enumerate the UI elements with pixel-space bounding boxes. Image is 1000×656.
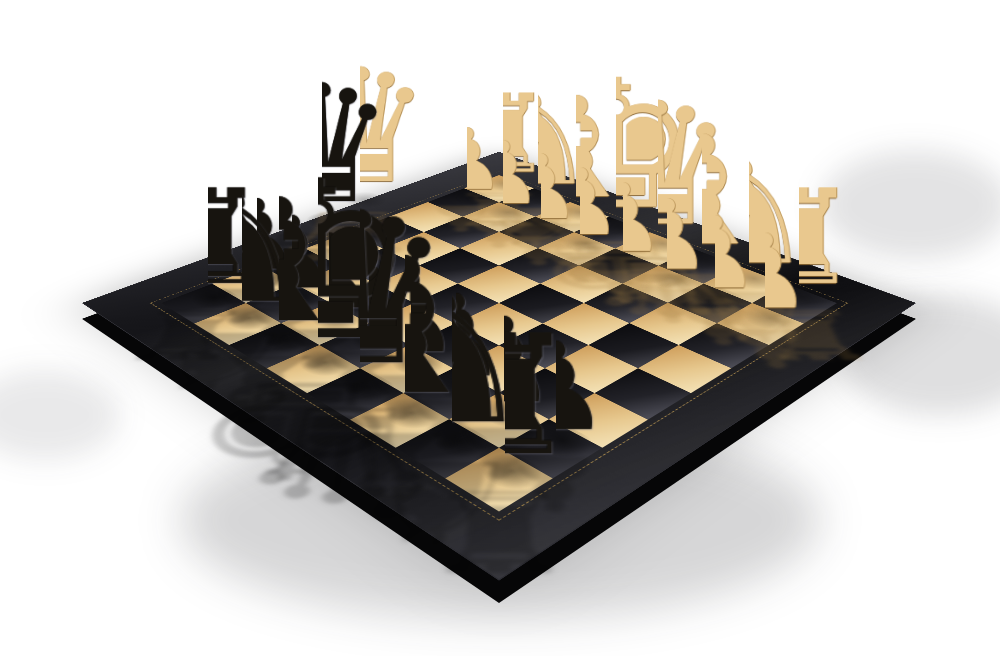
cast-shadow [0, 370, 120, 460]
product-photo-stage: ♜♜♞♞♝♝♛♛♚♚♝♝♞♞♜♜♟♟♟♟♟♟♟♟♟♟♟♟♟♟♟♟♜♜♞♞♝♝♛♛… [0, 0, 1000, 656]
